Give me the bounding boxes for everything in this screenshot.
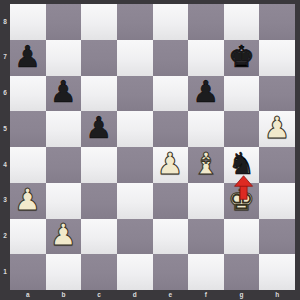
square-d3[interactable] xyxy=(117,183,153,219)
square-e5[interactable] xyxy=(153,111,189,147)
file-label-a: a xyxy=(10,290,46,300)
square-h8[interactable] xyxy=(259,4,295,40)
square-e4[interactable]: ♟ xyxy=(153,147,189,183)
square-a1[interactable] xyxy=(10,254,46,290)
piece-black-pawn[interactable]: ♟ xyxy=(14,42,41,72)
square-e3[interactable] xyxy=(153,183,189,219)
square-d1[interactable] xyxy=(117,254,153,290)
rank-label-1: 1 xyxy=(0,254,10,290)
square-d7[interactable] xyxy=(117,40,153,76)
square-d8[interactable] xyxy=(117,4,153,40)
rank-label-8: 8 xyxy=(0,4,10,40)
square-a5[interactable] xyxy=(10,111,46,147)
file-label-c: c xyxy=(81,290,117,300)
square-b1[interactable] xyxy=(46,254,82,290)
square-h7[interactable] xyxy=(259,40,295,76)
file-label-g: g xyxy=(224,290,260,300)
square-a3[interactable]: ♟ xyxy=(10,183,46,219)
square-f4[interactable]: ♝ xyxy=(188,147,224,183)
square-f6[interactable]: ♟ xyxy=(188,76,224,112)
square-h6[interactable] xyxy=(259,76,295,112)
square-g7[interactable]: ♚ xyxy=(224,40,260,76)
rank-label-2: 2 xyxy=(0,219,10,255)
rank-labels: 87654321 xyxy=(0,4,10,290)
file-label-f: f xyxy=(188,290,224,300)
piece-white-pawn[interactable]: ♟ xyxy=(264,113,291,143)
square-e2[interactable] xyxy=(153,219,189,255)
file-label-e: e xyxy=(153,290,189,300)
square-e6[interactable] xyxy=(153,76,189,112)
square-g1[interactable] xyxy=(224,254,260,290)
square-g8[interactable] xyxy=(224,4,260,40)
rank-label-5: 5 xyxy=(0,111,10,147)
square-d5[interactable] xyxy=(117,111,153,147)
square-d2[interactable] xyxy=(117,219,153,255)
piece-black-pawn[interactable]: ♟ xyxy=(192,77,219,107)
square-g5[interactable] xyxy=(224,111,260,147)
square-c8[interactable] xyxy=(81,4,117,40)
square-h3[interactable] xyxy=(259,183,295,219)
square-e1[interactable] xyxy=(153,254,189,290)
piece-white-king[interactable]: ♚ xyxy=(228,185,255,215)
rank-label-7: 7 xyxy=(0,40,10,76)
square-f1[interactable] xyxy=(188,254,224,290)
piece-white-pawn[interactable]: ♟ xyxy=(14,185,41,215)
piece-black-knight[interactable]: ♞ xyxy=(228,149,255,179)
square-g3[interactable]: ♚ xyxy=(224,183,260,219)
piece-white-pawn[interactable]: ♟ xyxy=(157,149,184,179)
square-c6[interactable] xyxy=(81,76,117,112)
square-c3[interactable] xyxy=(81,183,117,219)
square-h5[interactable]: ♟ xyxy=(259,111,295,147)
square-b4[interactable] xyxy=(46,147,82,183)
square-f8[interactable] xyxy=(188,4,224,40)
square-c4[interactable] xyxy=(81,147,117,183)
square-b3[interactable] xyxy=(46,183,82,219)
square-f5[interactable] xyxy=(188,111,224,147)
square-b7[interactable] xyxy=(46,40,82,76)
piece-black-king[interactable]: ♚ xyxy=(228,42,255,72)
square-c2[interactable] xyxy=(81,219,117,255)
rank-label-4: 4 xyxy=(0,147,10,183)
piece-black-pawn[interactable]: ♟ xyxy=(86,113,113,143)
file-label-b: b xyxy=(46,290,82,300)
file-labels: abcdefgh xyxy=(10,290,295,300)
square-g4[interactable]: ♞ xyxy=(224,147,260,183)
rank-label-3: 3 xyxy=(0,183,10,219)
piece-white-pawn[interactable]: ♟ xyxy=(50,220,77,250)
square-g2[interactable] xyxy=(224,219,260,255)
piece-white-bishop[interactable]: ♝ xyxy=(192,149,219,179)
square-a2[interactable] xyxy=(10,219,46,255)
square-h4[interactable] xyxy=(259,147,295,183)
square-g6[interactable] xyxy=(224,76,260,112)
square-b5[interactable] xyxy=(46,111,82,147)
square-h2[interactable] xyxy=(259,219,295,255)
square-b6[interactable]: ♟ xyxy=(46,76,82,112)
square-c7[interactable] xyxy=(81,40,117,76)
file-label-h: h xyxy=(259,290,295,300)
square-a8[interactable] xyxy=(10,4,46,40)
square-e8[interactable] xyxy=(153,4,189,40)
square-d4[interactable] xyxy=(117,147,153,183)
chess-board: ♟♚♟♟♟♟♟♝♞♟♚♟ xyxy=(10,4,295,290)
square-a7[interactable]: ♟ xyxy=(10,40,46,76)
square-a4[interactable] xyxy=(10,147,46,183)
square-f3[interactable] xyxy=(188,183,224,219)
chess-board-container: 87654321 abcdefgh ♟♚♟♟♟♟♟♝♞♟♚♟ xyxy=(0,0,300,300)
square-f7[interactable] xyxy=(188,40,224,76)
piece-black-pawn[interactable]: ♟ xyxy=(50,77,77,107)
square-c1[interactable] xyxy=(81,254,117,290)
square-e7[interactable] xyxy=(153,40,189,76)
square-a6[interactable] xyxy=(10,76,46,112)
square-h1[interactable] xyxy=(259,254,295,290)
square-d6[interactable] xyxy=(117,76,153,112)
square-b2[interactable]: ♟ xyxy=(46,219,82,255)
rank-label-6: 6 xyxy=(0,76,10,112)
square-b8[interactable] xyxy=(46,4,82,40)
square-c5[interactable]: ♟ xyxy=(81,111,117,147)
file-label-d: d xyxy=(117,290,153,300)
square-f2[interactable] xyxy=(188,219,224,255)
